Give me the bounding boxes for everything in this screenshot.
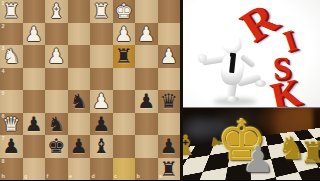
square-b8: b — [135, 158, 158, 181]
square-a1 — [158, 0, 181, 23]
square-a3: ♟ — [158, 45, 181, 68]
risk-graphic: R I S K — [183, 0, 320, 107]
square-a5: ♛ — [158, 90, 181, 113]
piece-black-e7: ♟ — [68, 135, 91, 158]
square-c2: ♟ — [113, 23, 136, 46]
square-e6 — [68, 113, 91, 136]
square-c6 — [113, 113, 136, 136]
square-e3 — [68, 45, 91, 68]
rank-label-6: 6 — [2, 114, 5, 120]
square-g5 — [23, 90, 46, 113]
rank-label-4: 4 — [2, 69, 5, 75]
photo-gold-rook: ♜ — [300, 139, 320, 168]
piece-white-g2: ♟ — [23, 23, 46, 46]
square-b4 — [135, 68, 158, 91]
square-h4: 4 — [0, 68, 23, 91]
file-label-f: f — [47, 174, 49, 180]
square-g1 — [23, 0, 46, 23]
square-a6 — [158, 113, 181, 136]
square-d2 — [90, 23, 113, 46]
square-d8: d — [90, 158, 113, 181]
square-b1 — [135, 0, 158, 23]
square-h2: 2 — [0, 23, 23, 46]
file-label-h: h — [2, 174, 5, 180]
piece-black-d6: ♟ — [90, 113, 113, 136]
rank-label-3: 3 — [2, 46, 5, 52]
file-label-a: a — [159, 174, 162, 180]
square-g3 — [23, 45, 46, 68]
square-g2: ♟ — [23, 23, 46, 46]
square-c5 — [113, 90, 136, 113]
file-label-c: c — [114, 174, 117, 180]
square-e1 — [68, 0, 91, 23]
square-d4 — [90, 68, 113, 91]
square-h3: ♞3 — [0, 45, 23, 68]
piece-white-a3: ♟ — [158, 45, 181, 68]
square-f2 — [45, 23, 68, 46]
piece-black-a7: ♟ — [158, 135, 181, 158]
figure-left-hand — [198, 54, 207, 63]
piece-white-b2: ♟ — [135, 23, 158, 46]
square-c8: c — [113, 158, 136, 181]
piece-black-d7: ♝ — [90, 135, 113, 158]
rank-label-7: 7 — [2, 136, 5, 142]
square-g7 — [23, 135, 46, 158]
square-f4 — [45, 68, 68, 91]
photo-gold-bishop-left-edge: ♝ — [183, 132, 198, 160]
rank-label-5: 5 — [2, 91, 5, 97]
square-e4 — [68, 68, 91, 91]
square-b5: ♟ — [135, 90, 158, 113]
square-e8: e — [68, 158, 91, 181]
piece-white-f3: ♟ — [45, 45, 68, 68]
piece-black-e5: ♞ — [68, 90, 91, 113]
piece-white-d1: ♜ — [90, 0, 113, 23]
piece-black-c3: ♜ — [113, 45, 136, 68]
piece-white-c2: ♟ — [113, 23, 136, 46]
square-f3: ♟ — [45, 45, 68, 68]
square-h8: 8h — [0, 158, 23, 181]
risk-letter-k: K — [267, 69, 305, 107]
rank-label-8: 8 — [2, 159, 5, 165]
square-b3 — [135, 45, 158, 68]
square-e5: ♞ — [68, 90, 91, 113]
square-f5 — [45, 90, 68, 113]
piece-black-a5: ♛ — [158, 90, 181, 113]
square-d7: ♝ — [90, 135, 113, 158]
piece-black-f6: ♞ — [45, 113, 68, 136]
figure-head — [222, 34, 242, 54]
figure-kicking-foot — [255, 80, 266, 87]
square-h5: 5 — [0, 90, 23, 113]
square-e2 — [68, 23, 91, 46]
square-f6: ♞ — [45, 113, 68, 136]
square-g8: g — [23, 158, 46, 181]
square-h7: ♟7 — [0, 135, 23, 158]
piece-black-g6: ♟ — [23, 113, 46, 136]
square-e7: ♟ — [68, 135, 91, 158]
square-d5: ♟ — [90, 90, 113, 113]
square-c3: ♜ — [113, 45, 136, 68]
square-c7 — [113, 135, 136, 158]
file-label-e: e — [69, 174, 72, 180]
piece-white-c1: ♚ — [113, 0, 136, 23]
square-f8: f — [45, 158, 68, 181]
square-b7 — [135, 135, 158, 158]
square-b2: ♟ — [135, 23, 158, 46]
piece-black-b5: ♟ — [135, 90, 158, 113]
square-c4 — [113, 68, 136, 91]
square-a2 — [158, 23, 181, 46]
piece-black-f7: ♚ — [45, 135, 68, 158]
file-label-b: b — [137, 174, 140, 180]
board: ♜1♝♜♚2♟♟♟♞3♟♜♟45♞♟♟♛♛6♟♞♟♟7♚♟♝♟8hgfedcb♜… — [0, 0, 180, 180]
square-g6: ♟ — [23, 113, 46, 136]
photo-silver-pawn: ♟ — [242, 142, 274, 178]
file-label-g: g — [24, 174, 27, 180]
rank-label-1: 1 — [2, 1, 5, 7]
file-label-d: d — [92, 174, 95, 180]
square-d3 — [90, 45, 113, 68]
square-g4 — [23, 68, 46, 91]
square-f1: ♝ — [45, 0, 68, 23]
piece-white-f1: ♝ — [45, 0, 68, 23]
square-c1: ♚ — [113, 0, 136, 23]
square-f7: ♚ — [45, 135, 68, 158]
square-d6: ♟ — [90, 113, 113, 136]
square-h1: ♜1 — [0, 0, 23, 23]
piece-white-d5: ♟ — [90, 90, 113, 113]
square-a7: ♟ — [158, 135, 181, 158]
thumbnail-canvas: ♜1♝♜♚2♟♟♟♞3♟♜♟45♞♟♟♛♛6♟♞♟♟7♚♟♝♟8hgfedcb♜… — [0, 0, 320, 180]
chess-photo: ♝♟♚♟♞♜ — [183, 107, 320, 180]
square-a8: ♜a — [158, 158, 181, 181]
square-d1: ♜ — [90, 0, 113, 23]
square-b6 — [135, 113, 158, 136]
square-h6: ♛6 — [0, 113, 23, 136]
square-a4 — [158, 68, 181, 91]
rank-label-2: 2 — [2, 24, 5, 30]
figure-standing-foot — [225, 96, 239, 102]
